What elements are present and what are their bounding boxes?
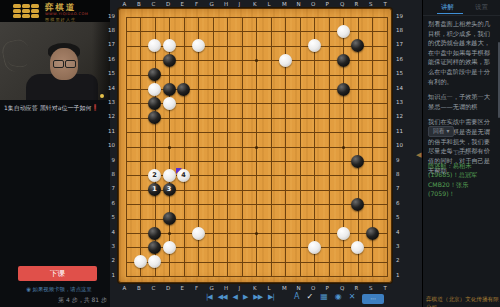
board-col-label-bottom: B (137, 285, 141, 291)
stone-black-R17 (351, 39, 364, 52)
stone-white-C17 (148, 39, 161, 52)
stone-white-O3 (308, 241, 321, 254)
text-label-tool-icon[interactable]: A (294, 292, 299, 301)
star-point (168, 146, 171, 149)
board-row-label-left: 7 (103, 185, 115, 191)
board-row-label-left: 12 (103, 113, 115, 119)
stone-white-R3 (351, 241, 364, 254)
board-row-label-left: 8 (103, 171, 115, 177)
end-class-button[interactable]: 下课 (18, 266, 97, 281)
stone-black-Q14 (337, 83, 350, 96)
board-col-label-bottom: A (123, 285, 127, 291)
board-row-label-left: 17 (103, 41, 115, 47)
board-row-label-right: 13 (396, 99, 408, 105)
board-col-label-top: H (224, 1, 228, 7)
go-grid-logo-icon (13, 4, 39, 18)
board-col-label-top: M (282, 1, 287, 7)
stone-black-C12 (148, 111, 161, 124)
board-col-label-bottom: H (224, 285, 228, 291)
board-row-label-left: 10 (103, 142, 115, 148)
stone-black-R9 (351, 155, 364, 168)
stone-black-D16 (163, 54, 176, 67)
nav-button[interactable]: ▶| (268, 293, 274, 301)
stone-black-D14 (163, 83, 176, 96)
board-col-label-bottom: P (326, 285, 329, 291)
grid-line (126, 161, 388, 162)
board-row-label-right: 12 (396, 113, 408, 119)
board-col-label-top: K (253, 1, 257, 7)
move-navigation-bar: |◀◀◀◀▶▶▶▶| (206, 293, 274, 301)
board-col-label-top: D (166, 1, 170, 7)
board-row-label-right: 4 (396, 229, 408, 235)
stone-white-D13 (163, 97, 176, 110)
board-row-label-right: 5 (396, 214, 408, 220)
board-col-label-bottom: N (297, 285, 301, 291)
board-row-label-left: 4 (103, 229, 115, 235)
move-number-2: 2 (148, 169, 161, 182)
nav-button[interactable]: |◀ (206, 293, 212, 301)
grid-line (300, 17, 301, 276)
board-col-label-bottom: Q (340, 285, 344, 291)
board-row-label-left: 2 (103, 257, 115, 263)
board-row-label-right: 17 (396, 41, 408, 47)
target-tool-icon[interactable]: ◉ (335, 292, 342, 301)
board-row-label-left: 13 (103, 99, 115, 105)
panel-collapse-arrow-icon[interactable]: ◀ (416, 151, 421, 159)
board-col-label-top: N (297, 1, 301, 7)
star-point (255, 232, 258, 235)
board-row-label-left: 11 (103, 128, 115, 134)
lecture-paragraph: 知识点一，子效第一大禁忌——无谓的棋 (428, 92, 494, 111)
nav-button[interactable]: ▶ (243, 293, 247, 301)
stone-black-Q16 (337, 54, 350, 67)
stone-white-F17 (192, 39, 205, 52)
board-col-label-bottom: C (152, 285, 156, 291)
board-row-label-left: 15 (103, 70, 115, 76)
grid-line (126, 204, 388, 205)
stone-black-D5 (163, 212, 176, 225)
board-row-label-left: 3 (103, 243, 115, 249)
stone-white-F4 (192, 227, 205, 240)
lecture-notes: 别看盘面上相差头的几目棋，积少成多，我们的优势就会越来越大，在中盘中如果每手棋都… (428, 19, 494, 181)
brand-slogan: 围棋里好人生 (45, 17, 76, 22)
brand-url: WWW.YIQIDAO.COM (45, 12, 88, 16)
board-row-label-right: 7 (396, 185, 408, 191)
chat-message: 陈述航：易相禾 (19685)！总冠军 CMB20！张乐 (7059)！ (428, 161, 495, 198)
board-row-label-right: 16 (396, 56, 408, 62)
lesson-caption: 1集自动应答 黑针对a位一子如何❗ (4, 104, 108, 112)
stone-white-C2 (148, 255, 161, 268)
board-row-label-right: 2 (396, 257, 408, 263)
board-col-label-bottom: L (268, 285, 271, 291)
board-row-label-right: 15 (396, 70, 408, 76)
stone-white-Q18 (337, 25, 350, 38)
board-row-label-right: 10 (396, 142, 408, 148)
board-row-label-right: 19 (396, 13, 408, 19)
glasses-icon (53, 60, 64, 68)
stone-white-D3 (163, 241, 176, 254)
commentary-panel: 讲解 设置 别看盘面上相差头的几目棋，积少成多，我们的优势就会越来越大，在中盘中… (422, 0, 500, 307)
stone-white-D8 (163, 169, 176, 182)
board-col-label-top: A (123, 1, 127, 7)
stone-black-C3 (148, 241, 161, 254)
stone-white-Q4 (337, 227, 350, 240)
board-row-label-left: 1 (103, 272, 115, 278)
board-row-label-right: 9 (396, 157, 408, 163)
board-col-label-bottom: S (369, 285, 373, 291)
replay-dropdown[interactable]: 回看 ▾ (428, 126, 454, 137)
erase-tool-icon[interactable]: ✕ (349, 292, 356, 301)
board-col-label-top: S (369, 1, 373, 7)
board-row-label-right: 1 (396, 272, 408, 278)
board-row-label-right: 14 (396, 85, 408, 91)
app-logo: 弈棋道 WWW.YIQIDAO.COM 围棋里好人生 (0, 0, 110, 22)
star-point (168, 232, 171, 235)
company-footer: 弈棋道（北京）文化传播有限公司 (426, 296, 500, 307)
tab-commentary[interactable]: 讲解 (441, 3, 454, 12)
stone-white-M16 (279, 54, 292, 67)
stone-black-S4 (366, 227, 379, 240)
board-col-label-bottom: R (355, 285, 359, 291)
move-number-1: 1 (148, 183, 161, 196)
board-col-label-top: O (311, 1, 315, 7)
board-col-label-top: B (137, 1, 141, 7)
nav-button[interactable]: ▶▶ (253, 293, 262, 301)
more-tools-button[interactable]: ··· (362, 294, 384, 304)
board-col-label-top: C (152, 1, 156, 7)
board-col-label-top: Q (340, 1, 344, 7)
board-col-label-top: F (195, 1, 198, 7)
lecture-paragraph: 别看盘面上相差头的几目棋，积少成多，我们的优势就会越来越大，在中盘中如果每手棋都… (428, 19, 494, 86)
grid-line (329, 17, 330, 276)
video-lag-help-link[interactable]: ◉ 如果视频卡顿，请点这里 (10, 286, 108, 293)
stone-white-B2 (134, 255, 147, 268)
move-number-3: 3 (163, 183, 176, 196)
star-point (255, 59, 258, 62)
grid-line (271, 17, 272, 276)
star-point (342, 146, 345, 149)
stone-black-R6 (351, 198, 364, 211)
board-col-label-bottom: G (210, 285, 214, 291)
board-row-label-left: 19 (103, 13, 115, 19)
check-tool-icon[interactable]: ✓ (306, 292, 313, 301)
stone-white-D17 (163, 39, 176, 52)
stone-white-O17 (308, 39, 321, 52)
board-col-label-bottom: F (195, 285, 198, 291)
stone-black-C4 (148, 227, 161, 240)
left-sidebar: 弈棋道 WWW.YIQIDAO.COM 围棋里好人生 1集自动应答 黑针对a位一… (0, 0, 110, 307)
chevron-down-icon: ▾ (446, 128, 449, 134)
board-row-label-left: 14 (103, 85, 115, 91)
board-row-label-left: 18 (103, 27, 115, 33)
board-row-label-left: 9 (103, 157, 115, 163)
board-col-label-top: G (210, 1, 214, 7)
board-row-label-right: 11 (396, 128, 408, 134)
annotation-toolbar: A✓▦◉✕ (294, 292, 355, 301)
stone-black-C15 (148, 68, 161, 81)
board-row-label-right: 3 (396, 243, 408, 249)
stone-black-E14 (177, 83, 190, 96)
board-col-label-bottom: E (181, 285, 184, 291)
board-col-label-bottom: D (166, 285, 170, 291)
board-col-label-bottom: K (253, 285, 257, 291)
board-row-label-left: 5 (103, 214, 115, 220)
board-col-label-top: R (355, 1, 359, 7)
board-col-label-top: E (181, 1, 184, 7)
refresh-icon: ◉ (26, 286, 31, 292)
tab-settings[interactable]: 设置 (475, 3, 488, 12)
app-window: 弈棋道 WWW.YIQIDAO.COM 围棋里好人生 1集自动应答 黑针对a位一… (0, 0, 500, 307)
recording-indicator-dot (100, 94, 104, 98)
instructor-webcam-video[interactable] (0, 22, 110, 100)
stone-black-C13 (148, 97, 161, 110)
board-row-label-right: 8 (396, 171, 408, 177)
nav-button[interactable]: ◀◀ (218, 293, 227, 301)
board-col-label-top: T (384, 1, 387, 7)
board-col-label-bottom: J (239, 285, 241, 291)
board-col-label-bottom: M (282, 285, 287, 291)
board-col-label-bottom: T (384, 285, 387, 291)
stone-white-C14 (148, 83, 161, 96)
grid-line (358, 17, 359, 276)
grid-line (126, 262, 388, 263)
star-point (255, 146, 258, 149)
board-col-label-top: P (326, 1, 329, 7)
board-col-label-top: L (268, 1, 271, 7)
board-row-label-right: 18 (396, 27, 408, 33)
board-row-label-left: 16 (103, 56, 115, 62)
chart-tool-icon[interactable]: ▦ (320, 292, 328, 301)
board-row-label-left: 6 (103, 200, 115, 206)
grid-line (314, 17, 315, 276)
board-col-label-top: J (239, 1, 241, 7)
board-col-label-bottom: O (311, 285, 315, 291)
tab-divider (423, 15, 500, 16)
go-board[interactable]: 1234 (118, 8, 392, 283)
move-step-counter: 第 4 步，共 81 步 (58, 296, 107, 305)
nav-button[interactable]: ◀ (233, 293, 237, 301)
grid-line (126, 276, 388, 277)
last-move-marker-icon (176, 168, 182, 174)
glasses-icon (65, 60, 76, 68)
grid-line (387, 17, 388, 276)
chat-timestamp: 16:37 (423, 150, 500, 156)
board-row-label-right: 6 (396, 200, 408, 206)
